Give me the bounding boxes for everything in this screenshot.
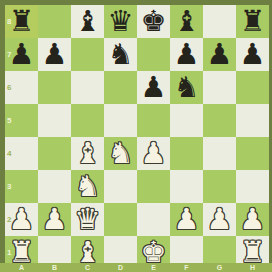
white-pawn-h2[interactable]: ♟: [240, 205, 266, 234]
square-g4[interactable]: [203, 137, 236, 170]
square-b4[interactable]: [38, 137, 71, 170]
square-a4[interactable]: 4: [5, 137, 38, 170]
black-knight-d7[interactable]: ♞: [108, 40, 134, 69]
square-e1[interactable]: ♚: [137, 236, 170, 269]
file-label-g: G: [203, 263, 236, 272]
black-pawn-f7[interactable]: ♟: [174, 40, 200, 69]
square-b5[interactable]: [38, 104, 71, 137]
white-pawn-e4[interactable]: ♟: [141, 139, 167, 168]
square-d4[interactable]: ♞: [104, 137, 137, 170]
white-pawn-b2[interactable]: ♟: [42, 205, 68, 234]
square-h2[interactable]: ♟: [236, 203, 269, 236]
white-pawn-a2[interactable]: ♟: [9, 205, 35, 234]
square-e2[interactable]: [137, 203, 170, 236]
square-e7[interactable]: [137, 38, 170, 71]
rank-label-5: 5: [7, 117, 11, 125]
square-a8[interactable]: 8♜: [5, 5, 38, 38]
square-a3[interactable]: 3: [5, 170, 38, 203]
square-h4[interactable]: [236, 137, 269, 170]
square-g3[interactable]: [203, 170, 236, 203]
white-king-e1[interactable]: ♚: [141, 238, 167, 267]
square-e8[interactable]: ♚: [137, 5, 170, 38]
white-rook-h1[interactable]: ♜: [240, 238, 266, 267]
white-knight-c3[interactable]: ♞: [75, 172, 101, 201]
white-bishop-c4[interactable]: ♝: [75, 139, 101, 168]
white-knight-d4[interactable]: ♞: [108, 139, 134, 168]
file-label-band: ABCDEFGH: [0, 263, 272, 272]
square-d3[interactable]: [104, 170, 137, 203]
square-g7[interactable]: ♟: [203, 38, 236, 71]
square-d8[interactable]: ♛: [104, 5, 137, 38]
square-g5[interactable]: [203, 104, 236, 137]
square-f7[interactable]: ♟: [170, 38, 203, 71]
square-d2[interactable]: [104, 203, 137, 236]
square-f3[interactable]: [170, 170, 203, 203]
file-label-b: B: [38, 263, 71, 272]
chess-diagram: 8♜♝♛♚♝♜7♟♟♞♟♟♟6♟♞54♝♞♟3♞2♟♟♛♟♟♟1♜♝♚♜ ABC…: [0, 0, 272, 272]
black-pawn-a7[interactable]: ♟: [9, 40, 35, 69]
square-b7[interactable]: ♟: [38, 38, 71, 71]
black-pawn-g7[interactable]: ♟: [207, 40, 233, 69]
square-f2[interactable]: ♟: [170, 203, 203, 236]
square-h8[interactable]: ♜: [236, 5, 269, 38]
square-a1[interactable]: 1♜: [5, 236, 38, 269]
square-h7[interactable]: ♟: [236, 38, 269, 71]
square-h3[interactable]: [236, 170, 269, 203]
square-e3[interactable]: [137, 170, 170, 203]
black-queen-d8[interactable]: ♛: [108, 7, 134, 36]
black-pawn-b7[interactable]: ♟: [42, 40, 68, 69]
square-f5[interactable]: [170, 104, 203, 137]
square-h6[interactable]: [236, 71, 269, 104]
square-c2[interactable]: ♛: [71, 203, 104, 236]
square-a6[interactable]: 6: [5, 71, 38, 104]
square-c4[interactable]: ♝: [71, 137, 104, 170]
white-bishop-c1[interactable]: ♝: [75, 238, 101, 267]
square-e6[interactable]: ♟: [137, 71, 170, 104]
rank-label-3: 3: [7, 183, 11, 191]
square-g8[interactable]: [203, 5, 236, 38]
square-a5[interactable]: 5: [5, 104, 38, 137]
black-bishop-f8[interactable]: ♝: [174, 7, 200, 36]
black-pawn-h7[interactable]: ♟: [240, 40, 266, 69]
square-g6[interactable]: [203, 71, 236, 104]
square-h5[interactable]: [236, 104, 269, 137]
chess-board: 8♜♝♛♚♝♜7♟♟♞♟♟♟6♟♞54♝♞♟3♞2♟♟♛♟♟♟1♜♝♚♜: [5, 5, 269, 269]
black-rook-h8[interactable]: ♜: [240, 7, 266, 36]
square-b2[interactable]: ♟: [38, 203, 71, 236]
white-rook-a1[interactable]: ♜: [9, 238, 35, 267]
white-pawn-f2[interactable]: ♟: [174, 205, 200, 234]
white-queen-c2[interactable]: ♛: [75, 205, 101, 234]
square-c7[interactable]: [71, 38, 104, 71]
file-label-f: F: [170, 263, 203, 272]
square-g2[interactable]: ♟: [203, 203, 236, 236]
square-a7[interactable]: 7♟: [5, 38, 38, 71]
rank-label-6: 6: [7, 84, 11, 92]
square-f4[interactable]: [170, 137, 203, 170]
square-d6[interactable]: [104, 71, 137, 104]
square-a2[interactable]: 2♟: [5, 203, 38, 236]
file-label-d: D: [104, 263, 137, 272]
black-bishop-c8[interactable]: ♝: [75, 7, 101, 36]
black-rook-a8[interactable]: ♜: [9, 7, 35, 36]
black-king-e8[interactable]: ♚: [141, 7, 167, 36]
square-b8[interactable]: [38, 5, 71, 38]
square-f6[interactable]: ♞: [170, 71, 203, 104]
square-b3[interactable]: [38, 170, 71, 203]
square-c6[interactable]: [71, 71, 104, 104]
square-c1[interactable]: ♝: [71, 236, 104, 269]
white-pawn-g2[interactable]: ♟: [207, 205, 233, 234]
black-pawn-e6[interactable]: ♟: [141, 73, 167, 102]
square-e4[interactable]: ♟: [137, 137, 170, 170]
square-e5[interactable]: [137, 104, 170, 137]
square-f8[interactable]: ♝: [170, 5, 203, 38]
square-c3[interactable]: ♞: [71, 170, 104, 203]
square-d5[interactable]: [104, 104, 137, 137]
square-h1[interactable]: ♜: [236, 236, 269, 269]
square-c5[interactable]: [71, 104, 104, 137]
black-knight-f6[interactable]: ♞: [174, 73, 200, 102]
square-c8[interactable]: ♝: [71, 5, 104, 38]
rank-label-4: 4: [7, 150, 11, 158]
square-d7[interactable]: ♞: [104, 38, 137, 71]
square-b6[interactable]: [38, 71, 71, 104]
